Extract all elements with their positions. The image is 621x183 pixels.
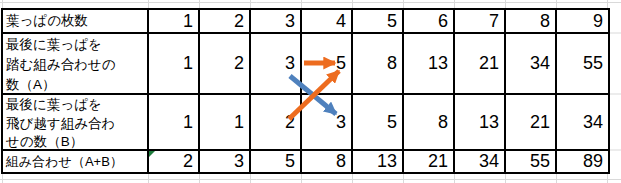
table-cell-r4c3[interactable]: 5 bbox=[251, 151, 302, 172]
row-label-2[interactable]: 最後に葉っぱを 踏む組み合わせの 数（A） bbox=[3, 34, 149, 95]
table-cell-r3c2[interactable]: 1 bbox=[200, 95, 251, 151]
table-cell-r4c9[interactable]: 89 bbox=[557, 151, 608, 172]
table-cell-r4c1[interactable]: 2 bbox=[149, 151, 200, 172]
table-cell-r1c1[interactable]: 1 bbox=[149, 10, 200, 34]
table-cell-r2c7[interactable]: 21 bbox=[455, 34, 506, 95]
table-cell-r4c8[interactable]: 55 bbox=[506, 151, 557, 172]
table-cell-r4c5[interactable]: 13 bbox=[353, 151, 404, 172]
table-cell-r4c2[interactable]: 3 bbox=[200, 151, 251, 172]
table-cell-r2c4[interactable]: 5 bbox=[302, 34, 353, 95]
table-cell-r4c4[interactable]: 8 bbox=[302, 151, 353, 172]
table-cell-r1c6[interactable]: 6 bbox=[404, 10, 455, 34]
table-cell-r1c2[interactable]: 2 bbox=[200, 10, 251, 34]
table-cell-r3c1[interactable]: 1 bbox=[149, 95, 200, 151]
fibonacci-table: 葉っぱの枚数123456789最後に葉っぱを 踏む組み合わせの 数（A）1235… bbox=[1, 8, 610, 174]
excel-error-indicator-triangle bbox=[149, 151, 155, 157]
table-cell-r1c5[interactable]: 5 bbox=[353, 10, 404, 34]
table-cell-r3c5[interactable]: 5 bbox=[353, 95, 404, 151]
table-cell-r3c8[interactable]: 21 bbox=[506, 95, 557, 151]
table-cell-r2c1[interactable]: 1 bbox=[149, 34, 200, 95]
table-cell-r4c7[interactable]: 34 bbox=[455, 151, 506, 172]
table-cell-r2c3[interactable]: 3 bbox=[251, 34, 302, 95]
table-cell-r2c2[interactable]: 2 bbox=[200, 34, 251, 95]
table-cell-r3c7[interactable]: 13 bbox=[455, 95, 506, 151]
table-cell-r1c4[interactable]: 4 bbox=[302, 10, 353, 34]
table-cell-r3c9[interactable]: 34 bbox=[557, 95, 608, 151]
table-cell-r3c6[interactable]: 8 bbox=[404, 95, 455, 151]
row-label-3[interactable]: 最後に葉っぱを 飛び越す組み合わ せの数（B） bbox=[3, 95, 149, 151]
table-cell-r2c8[interactable]: 34 bbox=[506, 34, 557, 95]
table-cell-r1c8[interactable]: 8 bbox=[506, 10, 557, 34]
table-cell-r1c9[interactable]: 9 bbox=[557, 10, 608, 34]
table-cell-r2c5[interactable]: 8 bbox=[353, 34, 404, 95]
row-label-4[interactable]: 組み合わせ（A+B） bbox=[3, 151, 149, 172]
row-label-1[interactable]: 葉っぱの枚数 bbox=[3, 10, 149, 34]
table-cell-r2c9[interactable]: 55 bbox=[557, 34, 608, 95]
table-cell-r4c6[interactable]: 21 bbox=[404, 151, 455, 172]
table-cell-r2c6[interactable]: 13 bbox=[404, 34, 455, 95]
table-cell-r1c3[interactable]: 3 bbox=[251, 10, 302, 34]
table-cell-r3c4[interactable]: 3 bbox=[302, 95, 353, 151]
table-cell-r3c3[interactable]: 2 bbox=[251, 95, 302, 151]
table-cell-r1c7[interactable]: 7 bbox=[455, 10, 506, 34]
